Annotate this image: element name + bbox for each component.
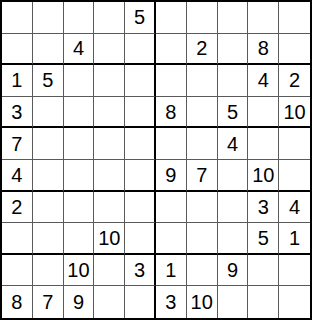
cell-r3c3[interactable] (64, 65, 95, 97)
cell-r8c6[interactable] (156, 223, 187, 255)
cell-r3c7[interactable] (187, 65, 218, 97)
cell-r6c2[interactable] (33, 160, 64, 192)
cell-r9c7[interactable] (187, 255, 218, 287)
cell-r6c5[interactable] (125, 160, 156, 192)
cell-r8c1[interactable] (2, 223, 33, 255)
cell-r4c4[interactable] (94, 97, 125, 129)
cell-r10c4[interactable] (94, 286, 125, 318)
cell-r2c2[interactable] (33, 34, 64, 66)
cell-r4c9[interactable] (248, 97, 279, 129)
cell-r4c6[interactable]: 8 (156, 97, 187, 129)
cell-r9c4[interactable] (94, 255, 125, 287)
cell-r5c10[interactable] (279, 128, 310, 160)
cell-r8c8[interactable] (218, 223, 249, 255)
cell-r10c10[interactable] (279, 286, 310, 318)
cell-r1c9[interactable] (248, 2, 279, 34)
cell-r1c2[interactable] (33, 2, 64, 34)
cell-r8c4[interactable]: 10 (94, 223, 125, 255)
cell-r5c7[interactable] (187, 128, 218, 160)
cell-r7c1[interactable]: 2 (2, 192, 33, 224)
cell-r7c8[interactable] (218, 192, 249, 224)
cell-r9c3[interactable]: 10 (64, 255, 95, 287)
cell-r6c4[interactable] (94, 160, 125, 192)
cell-r6c1[interactable]: 4 (2, 160, 33, 192)
cell-r5c4[interactable] (94, 128, 125, 160)
cell-r4c2[interactable] (33, 97, 64, 129)
cell-r2c5[interactable] (125, 34, 156, 66)
cell-r5c5[interactable] (125, 128, 156, 160)
cell-r1c10[interactable] (279, 2, 310, 34)
cell-r6c10[interactable] (279, 160, 310, 192)
cell-r8c2[interactable] (33, 223, 64, 255)
cell-r3c9[interactable]: 4 (248, 65, 279, 97)
cell-r2c4[interactable] (94, 34, 125, 66)
cell-r8c5[interactable] (125, 223, 156, 255)
cell-r7c5[interactable] (125, 192, 156, 224)
cell-r10c3[interactable]: 9 (64, 286, 95, 318)
cell-r4c10[interactable]: 10 (279, 97, 310, 129)
cell-r1c7[interactable] (187, 2, 218, 34)
sudoku-board: 54281542385107449710234105110319879310 (0, 0, 312, 320)
cell-r8c10[interactable]: 1 (279, 223, 310, 255)
cell-r7c2[interactable] (33, 192, 64, 224)
cell-r4c7[interactable] (187, 97, 218, 129)
cell-r8c7[interactable] (187, 223, 218, 255)
cell-r7c9[interactable]: 3 (248, 192, 279, 224)
cell-r3c10[interactable]: 2 (279, 65, 310, 97)
cell-r9c10[interactable] (279, 255, 310, 287)
cell-r3c2[interactable]: 5 (33, 65, 64, 97)
cell-r4c3[interactable] (64, 97, 95, 129)
cell-r10c2[interactable]: 7 (33, 286, 64, 318)
cell-r10c6[interactable]: 3 (156, 286, 187, 318)
cell-r3c1[interactable]: 1 (2, 65, 33, 97)
cell-r2c10[interactable] (279, 34, 310, 66)
cell-r3c5[interactable] (125, 65, 156, 97)
cell-r1c6[interactable] (156, 2, 187, 34)
cell-r5c8[interactable]: 4 (218, 128, 249, 160)
cell-r4c1[interactable]: 3 (2, 97, 33, 129)
cell-r3c6[interactable] (156, 65, 187, 97)
cell-r6c8[interactable] (218, 160, 249, 192)
cell-r10c8[interactable] (218, 286, 249, 318)
cell-r9c9[interactable] (248, 255, 279, 287)
cell-r7c10[interactable]: 4 (279, 192, 310, 224)
cell-r10c9[interactable] (248, 286, 279, 318)
cell-r6c6[interactable]: 9 (156, 160, 187, 192)
cell-r5c2[interactable] (33, 128, 64, 160)
cell-r5c6[interactable] (156, 128, 187, 160)
cell-r8c9[interactable]: 5 (248, 223, 279, 255)
cell-r10c1[interactable]: 8 (2, 286, 33, 318)
cell-r6c7[interactable]: 7 (187, 160, 218, 192)
cell-r1c8[interactable] (218, 2, 249, 34)
cell-r9c5[interactable]: 3 (125, 255, 156, 287)
cell-r5c3[interactable] (64, 128, 95, 160)
cell-r10c7[interactable]: 10 (187, 286, 218, 318)
cell-r5c9[interactable] (248, 128, 279, 160)
cell-r1c3[interactable] (64, 2, 95, 34)
cell-r2c8[interactable] (218, 34, 249, 66)
cell-r6c3[interactable] (64, 160, 95, 192)
cell-r2c1[interactable] (2, 34, 33, 66)
cell-r10c5[interactable] (125, 286, 156, 318)
cell-r2c6[interactable] (156, 34, 187, 66)
cell-r7c7[interactable] (187, 192, 218, 224)
cell-r6c9[interactable]: 10 (248, 160, 279, 192)
cell-r3c8[interactable] (218, 65, 249, 97)
cell-r7c3[interactable] (64, 192, 95, 224)
cell-r4c5[interactable] (125, 97, 156, 129)
cell-r4c8[interactable]: 5 (218, 97, 249, 129)
cell-r7c4[interactable] (94, 192, 125, 224)
cell-r9c1[interactable] (2, 255, 33, 287)
cell-r5c1[interactable]: 7 (2, 128, 33, 160)
cell-r7c6[interactable] (156, 192, 187, 224)
cell-r1c5[interactable]: 5 (125, 2, 156, 34)
cell-r8c3[interactable] (64, 223, 95, 255)
cell-r2c3[interactable]: 4 (64, 34, 95, 66)
cell-r9c6[interactable]: 1 (156, 255, 187, 287)
cell-r3c4[interactable] (94, 65, 125, 97)
cell-r2c7[interactable]: 2 (187, 34, 218, 66)
cell-r1c4[interactable] (94, 2, 125, 34)
cell-r1c1[interactable] (2, 2, 33, 34)
cell-r2c9[interactable]: 8 (248, 34, 279, 66)
cell-r9c8[interactable]: 9 (218, 255, 249, 287)
cell-r9c2[interactable] (33, 255, 64, 287)
